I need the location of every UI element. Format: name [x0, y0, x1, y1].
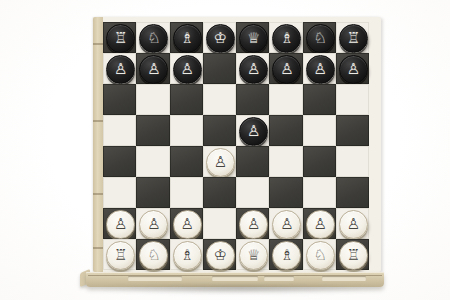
- square-c2[interactable]: ♙: [269, 208, 302, 239]
- square-c7[interactable]: ♙: [269, 53, 302, 84]
- square-d8[interactable]: ♕: [236, 22, 269, 53]
- square-a6[interactable]: [336, 84, 369, 115]
- square-d7[interactable]: ♙: [236, 53, 269, 84]
- square-d1[interactable]: ♕: [236, 239, 269, 270]
- square-e6[interactable]: [203, 84, 236, 115]
- square-g5[interactable]: [136, 115, 169, 146]
- square-g7[interactable]: ♙: [136, 53, 169, 84]
- square-e5[interactable]: [203, 115, 236, 146]
- square-g6[interactable]: [136, 84, 169, 115]
- square-g1[interactable]: ♘: [136, 239, 169, 270]
- board-grid: ♖♘♗♔♕♗♘♖♙♙♙♙♙♙♙♙♙♙♙♙♙♙♙♙♖♘♗♔♕♗♘♖: [103, 22, 369, 270]
- black-queen-d8[interactable]: ♕: [239, 24, 268, 53]
- square-f6[interactable]: [170, 84, 203, 115]
- square-a7[interactable]: ♙: [336, 53, 369, 84]
- hinge-seam: [93, 43, 103, 45]
- square-h3[interactable]: [103, 177, 136, 208]
- square-e2[interactable]: [203, 208, 236, 239]
- black-pawn-f7[interactable]: ♙: [173, 55, 202, 84]
- white-pawn-c2[interactable]: ♙: [272, 210, 301, 239]
- white-pawn-f2[interactable]: ♙: [173, 210, 202, 239]
- square-a3[interactable]: [336, 177, 369, 208]
- white-queen-d1[interactable]: ♕: [239, 241, 268, 270]
- edge-latch-slot: [264, 276, 294, 281]
- black-knight-b8[interactable]: ♘: [306, 24, 335, 53]
- square-d2[interactable]: ♙: [236, 208, 269, 239]
- square-h8[interactable]: ♖: [103, 22, 136, 53]
- hinge-seam: [93, 193, 103, 195]
- square-b3[interactable]: [303, 177, 336, 208]
- black-pawn-a7[interactable]: ♙: [339, 55, 368, 84]
- square-a8[interactable]: ♖: [336, 22, 369, 53]
- edge-latch-slot: [212, 276, 258, 281]
- white-pawn-d2[interactable]: ♙: [239, 210, 268, 239]
- square-c8[interactable]: ♗: [269, 22, 302, 53]
- white-knight-b1[interactable]: ♘: [306, 241, 335, 270]
- white-rook-h1[interactable]: ♖: [106, 241, 135, 270]
- square-f7[interactable]: ♙: [170, 53, 203, 84]
- square-h1[interactable]: ♖: [103, 239, 136, 270]
- black-pawn-b7[interactable]: ♙: [306, 55, 335, 84]
- square-f4[interactable]: [170, 146, 203, 177]
- square-c5[interactable]: [269, 115, 302, 146]
- square-b2[interactable]: ♙: [303, 208, 336, 239]
- black-pawn-g7[interactable]: ♙: [139, 55, 168, 84]
- black-pawn-c7[interactable]: ♙: [272, 55, 301, 84]
- square-a1[interactable]: ♖: [336, 239, 369, 270]
- white-king-e1[interactable]: ♔: [206, 241, 235, 270]
- hinge-seam: [93, 247, 103, 249]
- black-pawn-d5[interactable]: ♙: [239, 117, 268, 146]
- white-rook-a1[interactable]: ♖: [339, 241, 368, 270]
- black-bishop-f8[interactable]: ♗: [173, 24, 202, 53]
- square-e7[interactable]: [203, 53, 236, 84]
- square-c3[interactable]: [269, 177, 302, 208]
- square-b6[interactable]: [303, 84, 336, 115]
- square-h6[interactable]: [103, 84, 136, 115]
- square-c6[interactable]: [269, 84, 302, 115]
- hinge-seam: [93, 120, 103, 122]
- square-g4[interactable]: [136, 146, 169, 177]
- square-f8[interactable]: ♗: [170, 22, 203, 53]
- white-pawn-e4[interactable]: ♙: [206, 148, 235, 177]
- square-c1[interactable]: ♗: [269, 239, 302, 270]
- square-a4[interactable]: [336, 146, 369, 177]
- board-folding-spine: [93, 17, 103, 272]
- square-h2[interactable]: ♙: [103, 208, 136, 239]
- white-pawn-h2[interactable]: ♙: [106, 210, 135, 239]
- square-e3[interactable]: [203, 177, 236, 208]
- square-b4[interactable]: [303, 146, 336, 177]
- square-h4[interactable]: [103, 146, 136, 177]
- square-e4[interactable]: ♙: [203, 146, 236, 177]
- black-rook-h8[interactable]: ♖: [106, 24, 135, 53]
- chess-board: ♖♘♗♔♕♗♘♖♙♙♙♙♙♙♙♙♙♙♙♙♙♙♙♙♖♘♗♔♕♗♘♖: [93, 17, 381, 272]
- square-f5[interactable]: [170, 115, 203, 146]
- black-pawn-d7[interactable]: ♙: [239, 55, 268, 84]
- square-d5[interactable]: ♙: [236, 115, 269, 146]
- square-g2[interactable]: ♙: [136, 208, 169, 239]
- square-e8[interactable]: ♔: [203, 22, 236, 53]
- square-f3[interactable]: [170, 177, 203, 208]
- square-c4[interactable]: [269, 146, 302, 177]
- black-pawn-h7[interactable]: ♙: [106, 55, 135, 84]
- square-d6[interactable]: [236, 84, 269, 115]
- square-g8[interactable]: ♘: [136, 22, 169, 53]
- black-bishop-c8[interactable]: ♗: [272, 24, 301, 53]
- edge-latch-slot: [128, 276, 182, 281]
- square-f1[interactable]: ♗: [170, 239, 203, 270]
- square-b5[interactable]: [303, 115, 336, 146]
- edge-latch-slot: [322, 276, 366, 281]
- square-b7[interactable]: ♙: [303, 53, 336, 84]
- square-a2[interactable]: ♙: [336, 208, 369, 239]
- square-b8[interactable]: ♘: [303, 22, 336, 53]
- white-pawn-g2[interactable]: ♙: [139, 210, 168, 239]
- square-d3[interactable]: [236, 177, 269, 208]
- white-bishop-c1[interactable]: ♗: [272, 241, 301, 270]
- square-f2[interactable]: ♙: [170, 208, 203, 239]
- square-b1[interactable]: ♘: [303, 239, 336, 270]
- square-a5[interactable]: [336, 115, 369, 146]
- black-king-e8[interactable]: ♔: [206, 24, 235, 53]
- square-d4[interactable]: [236, 146, 269, 177]
- black-rook-a8[interactable]: ♖: [339, 24, 368, 53]
- white-pawn-a2[interactable]: ♙: [339, 210, 368, 239]
- square-h7[interactable]: ♙: [103, 53, 136, 84]
- square-g3[interactable]: [136, 177, 169, 208]
- square-h5[interactable]: [103, 115, 136, 146]
- square-e1[interactable]: ♔: [203, 239, 236, 270]
- white-pawn-b2[interactable]: ♙: [306, 210, 335, 239]
- black-knight-g8[interactable]: ♘: [139, 24, 168, 53]
- white-knight-g1[interactable]: ♘: [139, 241, 168, 270]
- white-bishop-f1[interactable]: ♗: [173, 241, 202, 270]
- board-shadow: [96, 285, 382, 294]
